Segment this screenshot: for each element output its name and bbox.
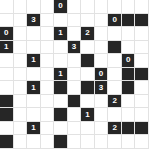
clue-cell-r4-c2: 1 <box>27 54 40 67</box>
empty-cell-r4-c0[interactable] <box>0 54 13 67</box>
clue-cell-r5-c7: 0 <box>95 68 108 81</box>
empty-cell-r4-c7[interactable] <box>95 54 108 67</box>
empty-cell-r2-c3[interactable] <box>41 27 54 40</box>
empty-cell-r4-c8[interactable] <box>108 54 121 67</box>
clue-cell-r6-c2: 1 <box>27 81 40 94</box>
empty-cell-r9-c7[interactable] <box>95 122 108 135</box>
empty-cell-r10-c2[interactable] <box>27 135 40 148</box>
clue-cell-r1-c2: 3 <box>27 14 40 27</box>
wall-cell-r8-c4 <box>54 108 67 121</box>
empty-cell-r8-c5[interactable] <box>68 108 81 121</box>
empty-cell-r0-c10[interactable] <box>135 0 148 13</box>
empty-cell-r7-c6[interactable] <box>81 95 94 108</box>
empty-cell-r8-c10[interactable] <box>135 108 148 121</box>
empty-cell-r9-c4[interactable] <box>54 122 67 135</box>
empty-cell-r2-c2[interactable] <box>27 27 40 40</box>
wall-cell-r4-c6 <box>81 54 94 67</box>
wall-cell-r7-c5 <box>68 95 81 108</box>
empty-cell-r9-c5[interactable] <box>68 122 81 135</box>
empty-cell-r1-c7[interactable] <box>95 14 108 27</box>
empty-cell-r9-c0[interactable] <box>0 122 13 135</box>
empty-cell-r7-c7[interactable] <box>95 95 108 108</box>
empty-cell-r3-c6[interactable] <box>81 41 94 54</box>
empty-cell-r4-c5[interactable] <box>68 54 81 67</box>
clue-cell-r2-c4: 1 <box>54 27 67 40</box>
empty-cell-r0-c8[interactable] <box>108 0 121 13</box>
empty-cell-r8-c3[interactable] <box>41 108 54 121</box>
clue-cell-r9-c8: 2 <box>108 122 121 135</box>
empty-cell-r2-c5[interactable] <box>68 27 81 40</box>
empty-cell-r4-c3[interactable] <box>41 54 54 67</box>
empty-cell-r2-c7[interactable] <box>95 27 108 40</box>
empty-cell-r4-c1[interactable] <box>14 54 27 67</box>
wall-cell-r1-c10 <box>135 14 148 27</box>
empty-cell-r10-c8[interactable] <box>108 135 121 148</box>
empty-cell-r5-c6[interactable] <box>81 68 94 81</box>
empty-cell-r8-c9[interactable] <box>122 108 135 121</box>
empty-cell-r2-c8[interactable] <box>108 27 121 40</box>
empty-cell-r5-c3[interactable] <box>41 68 54 81</box>
empty-cell-r0-c9[interactable] <box>122 0 135 13</box>
empty-cell-r2-c10[interactable] <box>135 27 148 40</box>
akari-board: 030012131010132112 <box>0 0 149 149</box>
empty-cell-r0-c6[interactable] <box>81 0 94 13</box>
empty-cell-r1-c5[interactable] <box>68 14 81 27</box>
wall-cell-r10-c0 <box>0 135 13 148</box>
wall-cell-r6-c9 <box>122 81 135 94</box>
empty-cell-r5-c0[interactable] <box>0 68 13 81</box>
empty-cell-r5-c1[interactable] <box>14 68 27 81</box>
wall-cell-r9-c9 <box>122 122 135 135</box>
empty-cell-r0-c0[interactable] <box>0 0 13 13</box>
empty-cell-r5-c2[interactable] <box>27 68 40 81</box>
wall-cell-r10-c4 <box>54 135 67 148</box>
empty-cell-r1-c0[interactable] <box>0 14 13 27</box>
empty-cell-r10-c1[interactable] <box>14 135 27 148</box>
empty-cell-r9-c6[interactable] <box>81 122 94 135</box>
empty-cell-r0-c5[interactable] <box>68 0 81 13</box>
clue-cell-r7-c8: 2 <box>108 95 121 108</box>
empty-cell-r6-c5[interactable] <box>68 81 81 94</box>
empty-cell-r0-c1[interactable] <box>14 0 27 13</box>
empty-cell-r7-c4[interactable] <box>54 95 67 108</box>
empty-cell-r3-c1[interactable] <box>14 41 27 54</box>
empty-cell-r10-c10[interactable] <box>135 135 148 148</box>
empty-cell-r6-c1[interactable] <box>14 81 27 94</box>
clue-cell-r0-c4: 0 <box>54 0 67 13</box>
wall-cell-r6-c6 <box>81 81 94 94</box>
clue-cell-r6-c7: 3 <box>95 81 108 94</box>
clue-cell-r3-c0: 1 <box>0 41 13 54</box>
empty-cell-r7-c9[interactable] <box>122 95 135 108</box>
clue-cell-r1-c8: 0 <box>108 14 121 27</box>
empty-cell-r3-c9[interactable] <box>122 41 135 54</box>
empty-cell-r6-c8[interactable] <box>108 81 121 94</box>
empty-cell-r8-c1[interactable] <box>14 108 27 121</box>
clue-cell-r4-c9: 0 <box>122 54 135 67</box>
empty-cell-r7-c10[interactable] <box>135 95 148 108</box>
wall-cell-r5-c9 <box>122 68 135 81</box>
clue-cell-r8-c6: 1 <box>81 108 94 121</box>
empty-cell-r4-c4[interactable] <box>54 54 67 67</box>
empty-cell-r5-c5[interactable] <box>68 68 81 81</box>
empty-cell-r8-c2[interactable] <box>27 108 40 121</box>
empty-cell-r10-c5[interactable] <box>68 135 81 148</box>
wall-cell-r9-c10 <box>135 122 148 135</box>
empty-cell-r7-c3[interactable] <box>41 95 54 108</box>
clue-cell-r2-c6: 2 <box>81 27 94 40</box>
wall-cell-r3-c8 <box>108 41 121 54</box>
empty-cell-r2-c1[interactable] <box>14 27 27 40</box>
clue-cell-r5-c4: 1 <box>54 68 67 81</box>
empty-cell-r6-c10[interactable] <box>135 81 148 94</box>
wall-cell-r8-c0 <box>0 108 13 121</box>
empty-cell-r6-c3[interactable] <box>41 81 54 94</box>
empty-cell-r9-c1[interactable] <box>14 122 27 135</box>
clue-cell-r9-c2: 1 <box>27 122 40 135</box>
empty-cell-r10-c3[interactable] <box>41 135 54 148</box>
wall-cell-r7-c0 <box>0 95 13 108</box>
empty-cell-r5-c8[interactable] <box>108 68 121 81</box>
empty-cell-r1-c4[interactable] <box>54 14 67 27</box>
empty-cell-r8-c8[interactable] <box>108 108 121 121</box>
empty-cell-r10-c6[interactable] <box>81 135 94 148</box>
empty-cell-r0-c2[interactable] <box>27 0 40 13</box>
empty-cell-r4-c10[interactable] <box>135 54 148 67</box>
empty-cell-r3-c7[interactable] <box>95 41 108 54</box>
clue-cell-r3-c5: 3 <box>68 41 81 54</box>
wall-cell-r5-c10 <box>135 68 148 81</box>
empty-cell-r1-c3[interactable] <box>41 14 54 27</box>
empty-cell-r0-c7[interactable] <box>95 0 108 13</box>
empty-cell-r6-c0[interactable] <box>0 81 13 94</box>
empty-cell-r7-c2[interactable] <box>27 95 40 108</box>
empty-cell-r8-c7[interactable] <box>95 108 108 121</box>
empty-cell-r3-c3[interactable] <box>41 41 54 54</box>
empty-cell-r10-c7[interactable] <box>95 135 108 148</box>
empty-cell-r2-c9[interactable] <box>122 27 135 40</box>
empty-cell-r3-c10[interactable] <box>135 41 148 54</box>
empty-cell-r9-c3[interactable] <box>41 122 54 135</box>
empty-cell-r10-c9[interactable] <box>122 135 135 148</box>
empty-cell-r1-c6[interactable] <box>81 14 94 27</box>
empty-cell-r3-c4[interactable] <box>54 41 67 54</box>
wall-cell-r6-c4 <box>54 81 67 94</box>
empty-cell-r1-c1[interactable] <box>14 14 27 27</box>
empty-cell-r3-c2[interactable] <box>27 41 40 54</box>
empty-cell-r0-c3[interactable] <box>41 0 54 13</box>
clue-cell-r2-c0: 0 <box>0 27 13 40</box>
empty-cell-r7-c1[interactable] <box>14 95 27 108</box>
wall-cell-r1-c9 <box>122 14 135 27</box>
